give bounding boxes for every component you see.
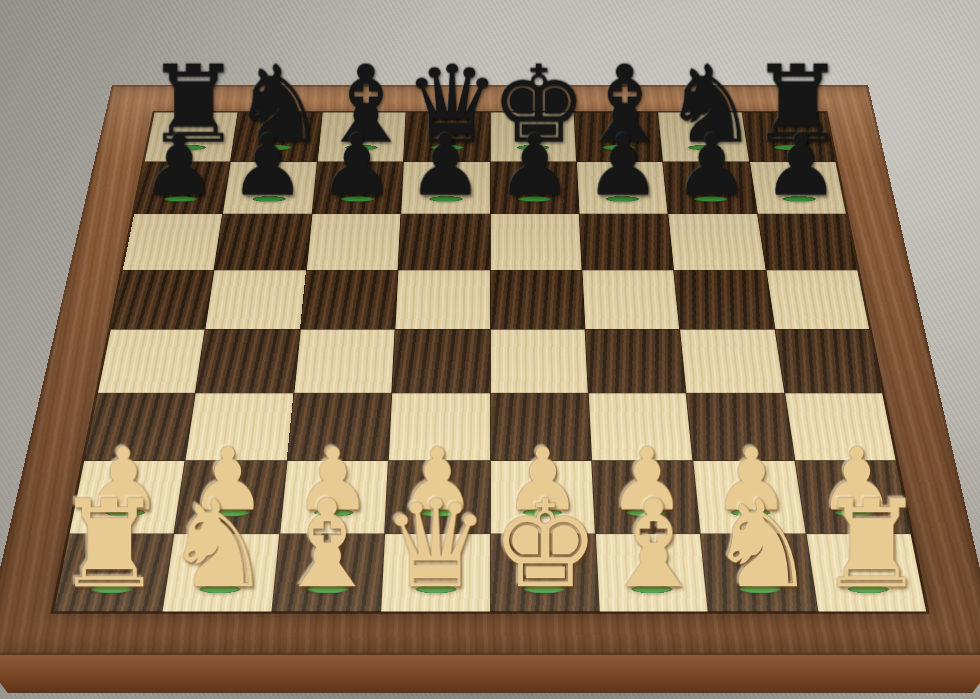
square-h4[interactable] [775,330,882,393]
square-b6[interactable] [215,214,312,269]
black-rook: ♜ [145,52,231,159]
square-d4[interactable] [392,330,489,393]
board-front-edge [0,651,980,693]
square-c6[interactable] [307,214,401,269]
square-h7[interactable]: ♟ [750,162,846,214]
black-queen: ♛ [404,52,490,159]
black-knight: ♞ [663,52,749,159]
square-d2[interactable]: ♟ [385,461,489,533]
square-e2[interactable]: ♟ [490,461,594,533]
square-h3[interactable] [785,393,896,460]
square-d6[interactable] [399,214,490,269]
square-f3[interactable] [589,393,693,460]
square-b7[interactable]: ♟ [223,162,317,214]
square-b1[interactable]: ♞ [163,534,279,612]
black-bishop: ♝ [577,52,663,159]
square-d7[interactable]: ♟ [401,162,489,214]
board-tilt-plane: ♜♞♝♛♚♝♞♜♟♟♟♟♟♟♟♟♟♟♟♟♟♟♟♟♜♞♝♛♚♝♞♜ [0,85,980,655]
square-a4[interactable] [98,330,205,393]
square-g5[interactable] [674,270,774,329]
square-e6[interactable] [490,214,581,269]
square-a2[interactable]: ♟ [70,461,185,533]
square-f5[interactable] [582,270,679,329]
board-frame: ♜♞♝♛♚♝♞♜♟♟♟♟♟♟♟♟♟♟♟♟♟♟♟♟♜♞♝♛♚♝♞♜ [0,85,980,655]
square-f8[interactable]: ♝ [574,112,662,161]
square-c1[interactable]: ♝ [272,534,384,612]
square-f2[interactable]: ♟ [592,461,700,533]
square-c5[interactable] [301,270,398,329]
black-bishop: ♝ [318,52,404,159]
square-a5[interactable] [111,270,214,329]
square-g8[interactable]: ♞ [658,112,749,161]
square-h1[interactable]: ♜ [806,534,926,612]
square-e5[interactable] [490,270,584,329]
square-e4[interactable] [490,330,587,393]
square-d3[interactable] [389,393,490,460]
square-g4[interactable] [680,330,784,393]
square-d8[interactable]: ♛ [404,112,490,161]
square-h5[interactable] [766,270,869,329]
square-e8[interactable]: ♚ [490,112,576,161]
black-king: ♚ [490,52,576,159]
square-a6[interactable] [123,214,222,269]
square-g3[interactable] [687,393,794,460]
square-f4[interactable] [585,330,685,393]
photo-scene: ♜♞♝♛♚♝♞♜♟♟♟♟♟♟♟♟♟♟♟♟♟♟♟♟♜♞♝♛♚♝♞♜ [0,0,980,699]
square-c7[interactable]: ♟ [312,162,403,214]
square-g2[interactable]: ♟ [694,461,806,533]
square-e7[interactable]: ♟ [490,162,578,214]
square-c4[interactable] [294,330,394,393]
square-b2[interactable]: ♟ [175,461,287,533]
square-h8[interactable]: ♜ [742,112,835,161]
black-rook: ♜ [749,52,835,159]
square-f7[interactable]: ♟ [577,162,668,214]
square-d1[interactable]: ♛ [381,534,489,612]
square-g6[interactable] [669,214,766,269]
square-g7[interactable]: ♟ [663,162,757,214]
square-e1[interactable]: ♚ [490,534,598,612]
square-a8[interactable]: ♜ [145,112,238,161]
square-f1[interactable]: ♝ [596,534,708,612]
chess-board: ♜♞♝♛♚♝♞♜♟♟♟♟♟♟♟♟♟♟♟♟♟♟♟♟♜♞♝♛♚♝♞♜ [54,112,926,611]
square-d5[interactable] [396,270,490,329]
square-c3[interactable] [287,393,391,460]
square-a1[interactable]: ♜ [54,534,174,612]
square-c2[interactable]: ♟ [280,461,388,533]
square-b5[interactable] [206,270,306,329]
square-b8[interactable]: ♞ [231,112,322,161]
black-knight: ♞ [232,52,318,159]
square-b3[interactable] [186,393,293,460]
square-h2[interactable]: ♟ [795,461,910,533]
square-e3[interactable] [490,393,591,460]
square-c8[interactable]: ♝ [318,112,406,161]
square-b4[interactable] [196,330,300,393]
square-f6[interactable] [579,214,673,269]
square-g1[interactable]: ♞ [701,534,817,612]
square-a3[interactable] [84,393,195,460]
square-h6[interactable] [758,214,857,269]
square-a7[interactable]: ♟ [134,162,230,214]
